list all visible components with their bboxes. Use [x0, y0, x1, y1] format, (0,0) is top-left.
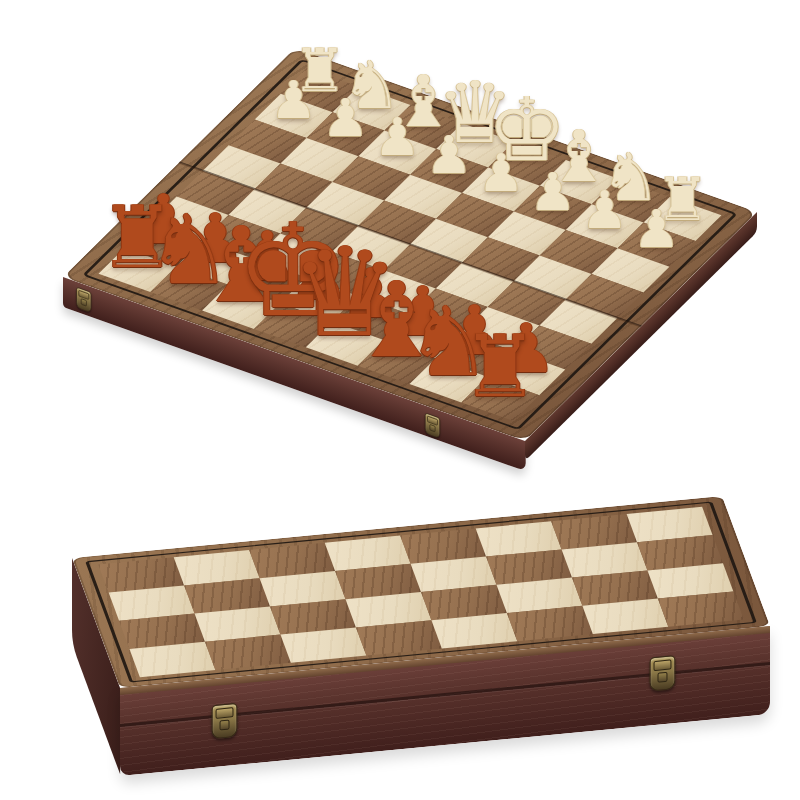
piece-white-pawn[interactable]: ♟: [478, 147, 525, 199]
clasp-slot: [658, 672, 668, 683]
piece-white-pawn[interactable]: ♟: [530, 166, 577, 218]
piece-red-rook[interactable]: ♜: [462, 323, 539, 409]
piece-white-pawn[interactable]: ♟: [322, 92, 369, 144]
piece-white-pawn[interactable]: ♟: [633, 203, 680, 255]
latch-clasp: [650, 655, 676, 691]
piece-white-pawn[interactable]: ♟: [426, 129, 473, 181]
product-photo: ♜♞♝♛♚♝♞♜♟♟♟♟♟♟♟♟♟♟♟♟♟♟♟♟♜♞♝♚♛♝♞♜: [0, 0, 800, 800]
clasp-slot: [220, 720, 230, 731]
piece-white-pawn[interactable]: ♟: [374, 111, 421, 163]
piece-white-pawn[interactable]: ♟: [581, 184, 628, 236]
piece-white-pawn[interactable]: ♟: [270, 74, 317, 126]
latch-clasp: [212, 703, 238, 739]
